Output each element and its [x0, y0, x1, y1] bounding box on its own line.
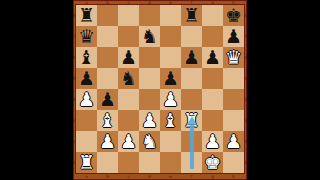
move-arrow-head: [187, 116, 197, 125]
white-queen: ♛: [225, 47, 242, 68]
square-c1[interactable]: [118, 152, 139, 173]
square-b7[interactable]: [97, 26, 118, 47]
coordinate-label: 7: [244, 26, 247, 47]
square-f7[interactable]: [181, 26, 202, 47]
coordinate-label: f: [181, 174, 202, 179]
square-a8[interactable]: ♜: [76, 5, 97, 26]
white-pawn: ♟: [141, 110, 158, 131]
black-pawn: ♟: [225, 26, 242, 47]
square-b8[interactable]: [97, 5, 118, 26]
square-g2[interactable]: ♟: [202, 131, 223, 152]
coordinate-label: 2: [244, 131, 247, 152]
square-d3[interactable]: ♟: [139, 110, 160, 131]
square-e8[interactable]: [160, 5, 181, 26]
square-a2[interactable]: [76, 131, 97, 152]
black-pawn: ♟: [99, 89, 116, 110]
white-pawn: ♟: [78, 89, 95, 110]
square-e7[interactable]: [160, 26, 181, 47]
black-pawn: ♟: [78, 68, 95, 89]
black-pawn: ♟: [162, 68, 179, 89]
square-d5[interactable]: [139, 68, 160, 89]
square-b5[interactable]: [97, 68, 118, 89]
square-d6[interactable]: [139, 47, 160, 68]
left-letterbox: [0, 0, 73, 180]
chess-board: ♜♜♚♛♞♟♝♟♟♟♛♟♞♟♟♟♟♝♟♝♜♟♟♞♟♟♜♚: [76, 5, 244, 173]
white-knight: ♞: [141, 131, 158, 152]
white-pawn: ♟: [204, 131, 221, 152]
black-rook: ♜: [78, 5, 95, 26]
square-c4[interactable]: [118, 89, 139, 110]
coordinate-label: 1: [244, 152, 247, 173]
white-rook: ♜: [78, 152, 95, 173]
coordinate-label: 5: [244, 68, 247, 89]
rank-coordinates-right: 87654321: [244, 5, 247, 173]
coordinate-label: c: [118, 174, 139, 179]
white-bishop: ♝: [99, 110, 116, 131]
square-c2[interactable]: ♟: [118, 131, 139, 152]
square-g6[interactable]: ♟: [202, 47, 223, 68]
coordinate-label: e: [160, 174, 181, 179]
square-b6[interactable]: [97, 47, 118, 68]
coordinate-label: a: [76, 174, 97, 179]
square-c6[interactable]: ♟: [118, 47, 139, 68]
right-letterbox: [247, 0, 320, 180]
chess-board-frame: abcdefgh abcdefgh 87654321 87654321 ♜♜♚♛…: [73, 0, 247, 180]
square-h8[interactable]: ♚: [223, 5, 244, 26]
square-h6[interactable]: ♛: [223, 47, 244, 68]
square-e3[interactable]: ♝: [160, 110, 181, 131]
square-d1[interactable]: [139, 152, 160, 173]
square-e5[interactable]: ♟: [160, 68, 181, 89]
square-g8[interactable]: [202, 5, 223, 26]
coordinate-label: g: [202, 174, 223, 179]
black-pawn: ♟: [120, 47, 137, 68]
square-g1[interactable]: ♚: [202, 152, 223, 173]
coordinate-label: 8: [244, 5, 247, 26]
coordinate-label: 4: [244, 89, 247, 110]
square-a1[interactable]: ♜: [76, 152, 97, 173]
black-king: ♚: [225, 5, 242, 26]
square-a6[interactable]: ♝: [76, 47, 97, 68]
square-h1[interactable]: [223, 152, 244, 173]
square-b1[interactable]: [97, 152, 118, 173]
square-d2[interactable]: ♞: [139, 131, 160, 152]
move-arrow-shaft: [190, 125, 194, 169]
white-pawn: ♟: [99, 131, 116, 152]
white-bishop: ♝: [162, 110, 179, 131]
coordinate-label: d: [139, 174, 160, 179]
square-d4[interactable]: [139, 89, 160, 110]
square-c5[interactable]: ♞: [118, 68, 139, 89]
square-a4[interactable]: ♟: [76, 89, 97, 110]
square-h2[interactable]: ♟: [223, 131, 244, 152]
square-a7[interactable]: ♛: [76, 26, 97, 47]
square-e2[interactable]: [160, 131, 181, 152]
square-f6[interactable]: ♟: [181, 47, 202, 68]
coordinate-label: 3: [244, 110, 247, 131]
square-a3[interactable]: [76, 110, 97, 131]
square-e1[interactable]: [160, 152, 181, 173]
black-rook: ♜: [183, 5, 200, 26]
square-h7[interactable]: ♟: [223, 26, 244, 47]
square-d7[interactable]: ♞: [139, 26, 160, 47]
black-queen: ♛: [78, 26, 95, 47]
square-c3[interactable]: [118, 110, 139, 131]
black-pawn: ♟: [183, 47, 200, 68]
square-b2[interactable]: ♟: [97, 131, 118, 152]
square-g4[interactable]: [202, 89, 223, 110]
square-h5[interactable]: [223, 68, 244, 89]
screenshot-canvas: abcdefgh abcdefgh 87654321 87654321 ♜♜♚♛…: [0, 0, 320, 180]
square-f8[interactable]: ♜: [181, 5, 202, 26]
square-b3[interactable]: ♝: [97, 110, 118, 131]
white-pawn: ♟: [225, 131, 242, 152]
square-h4[interactable]: [223, 89, 244, 110]
white-king: ♚: [204, 152, 221, 173]
file-coordinates-bottom: abcdefgh: [76, 173, 244, 180]
square-f4[interactable]: [181, 89, 202, 110]
square-g7[interactable]: [202, 26, 223, 47]
coordinate-label: 6: [244, 47, 247, 68]
square-c7[interactable]: [118, 26, 139, 47]
black-bishop: ♝: [78, 47, 95, 68]
square-e6[interactable]: [160, 47, 181, 68]
coordinate-label: b: [97, 174, 118, 179]
square-e4[interactable]: ♟: [160, 89, 181, 110]
square-b4[interactable]: ♟: [97, 89, 118, 110]
black-knight: ♞: [120, 68, 137, 89]
square-h3[interactable]: [223, 110, 244, 131]
square-c8[interactable]: [118, 5, 139, 26]
white-pawn: ♟: [120, 131, 137, 152]
black-pawn: ♟: [204, 47, 221, 68]
square-f5[interactable]: [181, 68, 202, 89]
white-pawn: ♟: [162, 89, 179, 110]
square-d8[interactable]: [139, 5, 160, 26]
coordinate-label: h: [223, 174, 244, 179]
square-g5[interactable]: [202, 68, 223, 89]
square-a5[interactable]: ♟: [76, 68, 97, 89]
black-knight: ♞: [141, 26, 158, 47]
square-g3[interactable]: [202, 110, 223, 131]
